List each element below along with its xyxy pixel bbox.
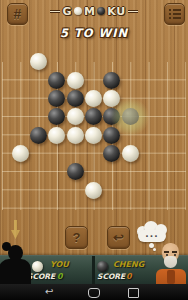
player-cheng-score-label: SCORE (97, 272, 125, 281)
app-title: G M KU (0, 4, 188, 18)
title-right-dash (128, 10, 138, 13)
player-cheng-avatar (154, 242, 188, 284)
title-black-stone-icon (97, 7, 105, 15)
gomoku-app-screen: # G M KU 5 TO WIN ? ↩ ... YOU SCORE (0, 0, 188, 300)
question-icon: ? (73, 230, 81, 245)
monk-eye (174, 254, 176, 256)
list-icon (169, 7, 181, 21)
title-left-dash (50, 10, 60, 13)
player-cheng-score-value: 0 (126, 272, 132, 281)
board-grid[interactable] (2, 62, 187, 210)
monk-eyebrow (172, 251, 177, 253)
monk-beard (164, 256, 177, 268)
title-white-stone-icon (74, 7, 82, 15)
win-condition-label: 5 TO WIN (0, 26, 188, 40)
player-cheng-name: CHENG (113, 260, 144, 269)
player-you-score-value: 0 (57, 272, 63, 281)
home-button[interactable] (88, 288, 100, 298)
you-stone-icon (32, 261, 43, 272)
menu-button[interactable] (164, 3, 185, 25)
title-letter: G (62, 5, 72, 18)
title-letter: M (84, 5, 95, 18)
panel-divider (92, 256, 95, 285)
undo-icon: ↩ (113, 230, 124, 245)
undo-button[interactable]: ↩ (107, 226, 130, 249)
cheng-stone-icon (97, 261, 108, 272)
monk-eyebrow (164, 251, 169, 253)
avatar-silhouette (0, 259, 31, 284)
player-you-name: YOU (50, 260, 69, 269)
scroll-down-arrow-icon (11, 220, 20, 239)
recents-button[interactable] (128, 288, 139, 298)
monk-robe-fold (167, 270, 175, 284)
hint-button[interactable]: ? (65, 226, 88, 249)
android-navbar: ↩ (0, 284, 188, 300)
thinking-dots: ... (136, 229, 168, 239)
player-you-avatar (0, 242, 32, 284)
back-button[interactable]: ↩ (45, 284, 53, 300)
title-letter: KU (107, 5, 125, 18)
